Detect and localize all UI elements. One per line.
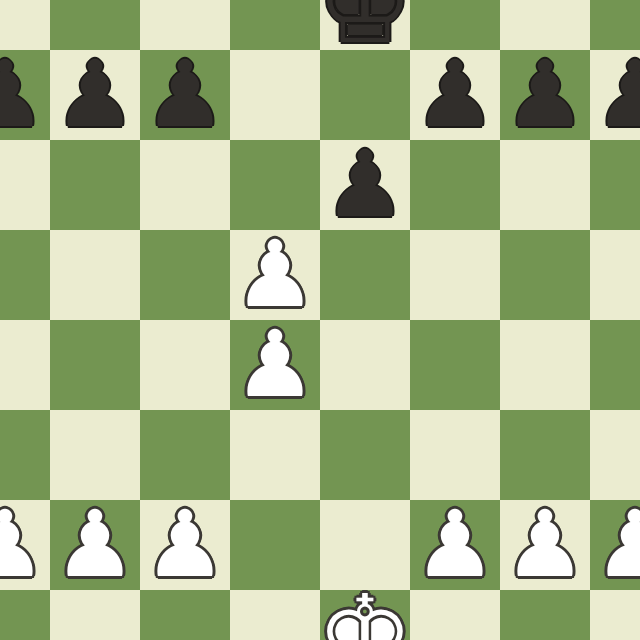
square-c1[interactable]	[140, 590, 230, 640]
square-g2[interactable]: ♟	[500, 500, 590, 590]
square-d8[interactable]	[230, 0, 320, 50]
square-b2[interactable]: ♟	[50, 500, 140, 590]
square-d4[interactable]: ♟	[230, 320, 320, 410]
square-b7[interactable]: ♟	[50, 50, 140, 140]
square-e7[interactable]	[320, 50, 410, 140]
piece-white-pawn-f2[interactable]: ♟	[410, 500, 500, 590]
square-h7[interactable]: ♟	[590, 50, 640, 140]
piece-white-pawn-g2[interactable]: ♟	[500, 500, 590, 590]
square-g7[interactable]: ♟	[500, 50, 590, 140]
square-a2[interactable]: ♟	[0, 500, 50, 590]
square-d6[interactable]	[230, 140, 320, 230]
square-d7[interactable]	[230, 50, 320, 140]
piece-black-pawn-b7[interactable]: ♟	[50, 50, 140, 140]
square-a7[interactable]: ♟	[0, 50, 50, 140]
square-e8[interactable]: ♚	[320, 0, 410, 50]
square-c6[interactable]	[140, 140, 230, 230]
square-g5[interactable]	[500, 230, 590, 320]
square-e1[interactable]: ♚	[320, 590, 410, 640]
square-e3[interactable]	[320, 410, 410, 500]
square-a4[interactable]	[0, 320, 50, 410]
piece-white-pawn-h2[interactable]: ♟	[590, 500, 640, 590]
square-h2[interactable]: ♟	[590, 500, 640, 590]
piece-black-pawn-c7[interactable]: ♟	[140, 50, 230, 140]
square-f5[interactable]	[410, 230, 500, 320]
piece-black-pawn-e6[interactable]: ♟	[320, 140, 410, 230]
chessboard-viewport: ♚♟♟♟♟♟♟♟♟♟♟♟♟♟♟♟♚	[0, 0, 640, 640]
square-f6[interactable]	[410, 140, 500, 230]
square-e4[interactable]	[320, 320, 410, 410]
piece-white-pawn-d4[interactable]: ♟	[230, 320, 320, 410]
square-a5[interactable]	[0, 230, 50, 320]
piece-black-pawn-g7[interactable]: ♟	[500, 50, 590, 140]
square-h6[interactable]	[590, 140, 640, 230]
square-e5[interactable]	[320, 230, 410, 320]
square-d5[interactable]: ♟	[230, 230, 320, 320]
square-b4[interactable]	[50, 320, 140, 410]
piece-black-pawn-a7[interactable]: ♟	[0, 50, 50, 140]
square-a1[interactable]	[0, 590, 50, 640]
chessboard: ♚♟♟♟♟♟♟♟♟♟♟♟♟♟♟♟♚	[0, 0, 640, 640]
square-h5[interactable]	[590, 230, 640, 320]
square-c5[interactable]	[140, 230, 230, 320]
square-f1[interactable]	[410, 590, 500, 640]
square-d1[interactable]	[230, 590, 320, 640]
square-d3[interactable]	[230, 410, 320, 500]
piece-white-pawn-a2[interactable]: ♟	[0, 500, 50, 590]
piece-white-king-e1[interactable]: ♚	[320, 590, 410, 640]
piece-black-pawn-f7[interactable]: ♟	[410, 50, 500, 140]
square-c4[interactable]	[140, 320, 230, 410]
square-h1[interactable]	[590, 590, 640, 640]
square-a3[interactable]	[0, 410, 50, 500]
square-g6[interactable]	[500, 140, 590, 230]
square-b6[interactable]	[50, 140, 140, 230]
square-f4[interactable]	[410, 320, 500, 410]
square-h4[interactable]	[590, 320, 640, 410]
square-h3[interactable]	[590, 410, 640, 500]
square-d2[interactable]	[230, 500, 320, 590]
piece-white-pawn-c2[interactable]: ♟	[140, 500, 230, 590]
piece-white-pawn-b2[interactable]: ♟	[50, 500, 140, 590]
square-a6[interactable]	[0, 140, 50, 230]
square-f7[interactable]: ♟	[410, 50, 500, 140]
piece-black-king-e8[interactable]: ♚	[320, 0, 410, 50]
square-c3[interactable]	[140, 410, 230, 500]
square-c7[interactable]: ♟	[140, 50, 230, 140]
piece-white-pawn-d5[interactable]: ♟	[230, 230, 320, 320]
square-f3[interactable]	[410, 410, 500, 500]
square-g4[interactable]	[500, 320, 590, 410]
square-b3[interactable]	[50, 410, 140, 500]
square-b5[interactable]	[50, 230, 140, 320]
square-b1[interactable]	[50, 590, 140, 640]
square-c2[interactable]: ♟	[140, 500, 230, 590]
square-g1[interactable]	[500, 590, 590, 640]
square-f2[interactable]: ♟	[410, 500, 500, 590]
square-g3[interactable]	[500, 410, 590, 500]
square-e6[interactable]: ♟	[320, 140, 410, 230]
piece-black-pawn-h7[interactable]: ♟	[590, 50, 640, 140]
